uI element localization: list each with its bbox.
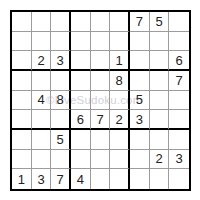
cell-r3c2[interactable]: 2: [32, 51, 52, 71]
cell-r1c8[interactable]: 5: [150, 12, 170, 32]
cell-r9c4[interactable]: 4: [71, 169, 91, 189]
given-digit: 5: [155, 15, 162, 28]
given-digit: 7: [96, 113, 103, 126]
cell-r3c3[interactable]: 3: [51, 51, 71, 71]
given-digit: 2: [155, 152, 162, 165]
cell-r1c4[interactable]: [71, 12, 91, 32]
cell-r9c5[interactable]: [91, 169, 111, 189]
cell-r4c8[interactable]: [150, 71, 170, 91]
given-digit: 7: [176, 74, 183, 87]
cell-r6c1[interactable]: [12, 110, 32, 130]
cell-r6c3[interactable]: [51, 110, 71, 130]
cell-r2c4[interactable]: [71, 32, 91, 52]
given-digit: 8: [116, 74, 123, 87]
cell-r2c6[interactable]: [110, 32, 130, 52]
cell-r8c3[interactable]: [51, 150, 71, 170]
cell-r4c6[interactable]: 8: [110, 71, 130, 91]
cell-r2c1[interactable]: [12, 32, 32, 52]
cell-r3c8[interactable]: [150, 51, 170, 71]
given-digit: 4: [77, 173, 84, 186]
cell-r8c4[interactable]: [71, 150, 91, 170]
cell-r7c1[interactable]: [12, 130, 32, 150]
cell-r8c2[interactable]: [32, 150, 52, 170]
cell-r7c4[interactable]: [71, 130, 91, 150]
cell-r4c4[interactable]: [71, 71, 91, 91]
cell-r8c8[interactable]: 2: [150, 150, 170, 170]
given-digit: 7: [57, 173, 64, 186]
given-digit: 4: [37, 93, 44, 106]
cell-r4c1[interactable]: [12, 71, 32, 91]
cell-r8c9[interactable]: 3: [169, 150, 189, 170]
cell-r7c9[interactable]: [169, 130, 189, 150]
cell-r1c1[interactable]: [12, 12, 32, 32]
cell-r9c3[interactable]: 7: [51, 169, 71, 189]
cell-r2c5[interactable]: [91, 32, 111, 52]
given-digit: 6: [77, 113, 84, 126]
cell-r3c6[interactable]: 1: [110, 51, 130, 71]
cell-r3c9[interactable]: 6: [169, 51, 189, 71]
cell-r1c3[interactable]: [51, 12, 71, 32]
given-digit: 6: [176, 54, 183, 67]
cell-r9c7[interactable]: [130, 169, 150, 189]
cell-r7c2[interactable]: [32, 130, 52, 150]
given-digit: 5: [57, 133, 64, 146]
cell-r3c5[interactable]: [91, 51, 111, 71]
cell-r8c7[interactable]: [130, 150, 150, 170]
cell-r5c6[interactable]: [110, 91, 130, 111]
cell-r5c4[interactable]: [71, 91, 91, 111]
cell-r9c6[interactable]: [110, 169, 130, 189]
cell-r6c2[interactable]: [32, 110, 52, 130]
given-digit: 8: [57, 93, 64, 106]
cell-r5c9[interactable]: [169, 91, 189, 111]
cell-r6c9[interactable]: [169, 110, 189, 130]
cell-r4c9[interactable]: 7: [169, 71, 189, 91]
cell-r8c1[interactable]: [12, 150, 32, 170]
given-digit: 2: [37, 54, 44, 67]
cell-r1c6[interactable]: [110, 12, 130, 32]
given-digit: 3: [37, 173, 44, 186]
cell-r2c2[interactable]: [32, 32, 52, 52]
cell-r8c5[interactable]: [91, 150, 111, 170]
cell-r1c9[interactable]: [169, 12, 189, 32]
cell-r1c5[interactable]: [91, 12, 111, 32]
given-digit: 3: [176, 152, 183, 165]
given-digit: 3: [136, 113, 143, 126]
sudoku-board: 7523168748567235231374: [10, 10, 191, 191]
cell-r6c6[interactable]: 2: [110, 110, 130, 130]
given-digit: 2: [116, 113, 123, 126]
cell-r6c7[interactable]: 3: [130, 110, 150, 130]
cell-r4c3[interactable]: [51, 71, 71, 91]
cell-r5c1[interactable]: [12, 91, 32, 111]
cell-r5c5[interactable]: [91, 91, 111, 111]
cell-r1c2[interactable]: [32, 12, 52, 32]
cell-r4c2[interactable]: [32, 71, 52, 91]
cell-r6c5[interactable]: 7: [91, 110, 111, 130]
cell-r9c2[interactable]: 3: [32, 169, 52, 189]
cell-r1c7[interactable]: 7: [130, 12, 150, 32]
cell-r4c5[interactable]: [91, 71, 111, 91]
cell-r9c9[interactable]: [169, 169, 189, 189]
cell-r2c9[interactable]: [169, 32, 189, 52]
cell-r6c8[interactable]: [150, 110, 170, 130]
cell-r2c7[interactable]: [130, 32, 150, 52]
cell-r7c5[interactable]: [91, 130, 111, 150]
cell-r2c8[interactable]: [150, 32, 170, 52]
cell-r3c4[interactable]: [71, 51, 91, 71]
cell-r6c4[interactable]: 6: [71, 110, 91, 130]
cell-r2c3[interactable]: [51, 32, 71, 52]
cell-r7c7[interactable]: [130, 130, 150, 150]
cell-r5c8[interactable]: [150, 91, 170, 111]
cell-r7c8[interactable]: [150, 130, 170, 150]
given-digit: 7: [136, 15, 143, 28]
cell-r5c7[interactable]: 5: [130, 91, 150, 111]
cell-r3c7[interactable]: [130, 51, 150, 71]
cell-r5c2[interactable]: 4: [32, 91, 52, 111]
given-digit: 1: [116, 54, 123, 67]
given-digit: 1: [18, 173, 25, 186]
cell-r5c3[interactable]: 8: [51, 91, 71, 111]
given-digit: 5: [136, 93, 143, 106]
cell-r4c7[interactable]: [130, 71, 150, 91]
given-digit: 3: [57, 54, 64, 67]
cell-r8c6[interactable]: [110, 150, 130, 170]
cell-r9c8[interactable]: [150, 169, 170, 189]
cell-r7c6[interactable]: [110, 130, 130, 150]
cell-r9c1[interactable]: 1: [12, 169, 32, 189]
cell-r3c1[interactable]: [12, 51, 32, 71]
cell-r7c3[interactable]: 5: [51, 130, 71, 150]
